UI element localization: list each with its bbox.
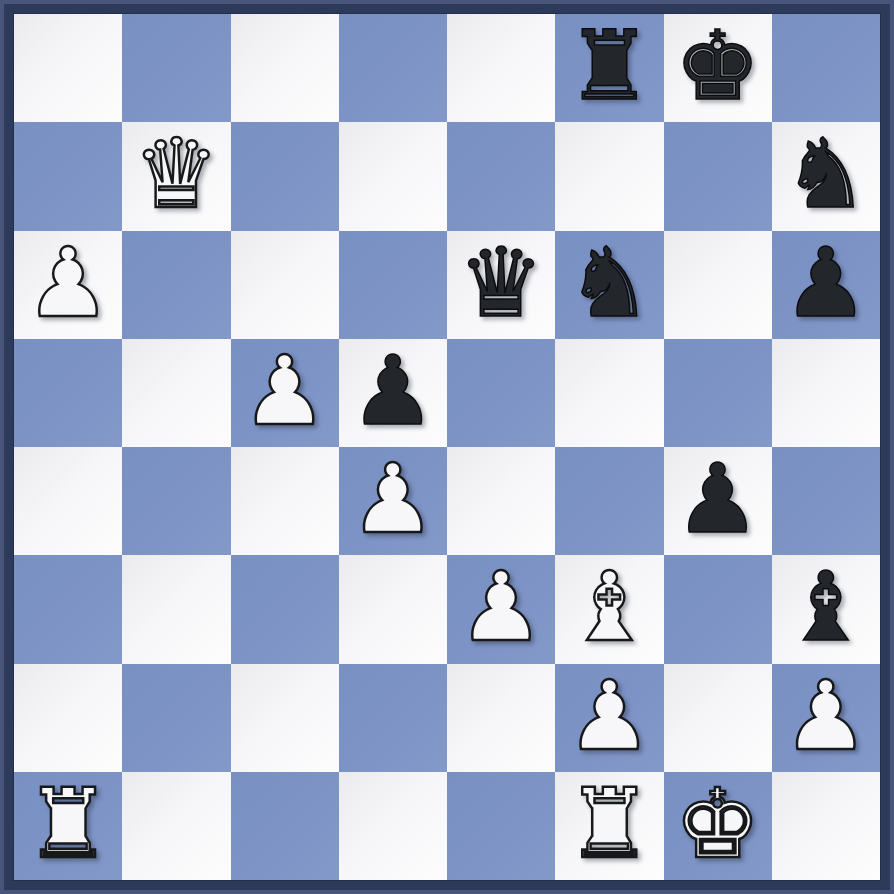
square-b7[interactable]: ♛: [122, 122, 230, 230]
piece-white-queen[interactable]: ♛: [133, 126, 219, 222]
square-d5[interactable]: ♟: [339, 339, 447, 447]
square-a5[interactable]: [14, 339, 122, 447]
square-e5[interactable]: [447, 339, 555, 447]
square-c7[interactable]: [231, 122, 339, 230]
square-c5[interactable]: ♟: [231, 339, 339, 447]
piece-black-pawn[interactable]: ♟: [783, 235, 869, 331]
square-g6[interactable]: [664, 231, 772, 339]
piece-black-pawn[interactable]: ♟: [350, 343, 436, 439]
square-b3[interactable]: [122, 555, 230, 663]
square-h8[interactable]: [772, 14, 880, 122]
square-g1[interactable]: ♚: [664, 772, 772, 880]
square-c4[interactable]: [231, 447, 339, 555]
square-f3[interactable]: ♝: [555, 555, 663, 663]
square-d7[interactable]: [339, 122, 447, 230]
square-b5[interactable]: [122, 339, 230, 447]
square-a8[interactable]: [14, 14, 122, 122]
square-c1[interactable]: [231, 772, 339, 880]
square-c8[interactable]: [231, 14, 339, 122]
square-f8[interactable]: ♜: [555, 14, 663, 122]
square-h7[interactable]: ♞: [772, 122, 880, 230]
chess-board: ♜♚♛♞♟♛♞♟♟♟♟♟♟♝♝♟♟♜♜♚: [14, 14, 880, 880]
piece-white-rook[interactable]: ♜: [566, 776, 652, 872]
piece-black-queen[interactable]: ♛: [458, 235, 544, 331]
square-h5[interactable]: [772, 339, 880, 447]
square-a1[interactable]: ♜: [14, 772, 122, 880]
square-f5[interactable]: [555, 339, 663, 447]
piece-black-bishop[interactable]: ♝: [783, 559, 869, 655]
square-h2[interactable]: ♟: [772, 664, 880, 772]
piece-black-knight[interactable]: ♞: [566, 235, 652, 331]
square-c2[interactable]: [231, 664, 339, 772]
square-c6[interactable]: [231, 231, 339, 339]
square-e8[interactable]: [447, 14, 555, 122]
square-f7[interactable]: [555, 122, 663, 230]
piece-white-pawn[interactable]: ♟: [25, 235, 111, 331]
piece-black-knight[interactable]: ♞: [783, 126, 869, 222]
square-b8[interactable]: [122, 14, 230, 122]
piece-black-pawn[interactable]: ♟: [675, 451, 761, 547]
square-e2[interactable]: [447, 664, 555, 772]
square-d2[interactable]: [339, 664, 447, 772]
square-e1[interactable]: [447, 772, 555, 880]
square-f4[interactable]: [555, 447, 663, 555]
square-a7[interactable]: [14, 122, 122, 230]
square-g7[interactable]: [664, 122, 772, 230]
piece-white-pawn[interactable]: ♟: [566, 668, 652, 764]
square-d8[interactable]: [339, 14, 447, 122]
square-f6[interactable]: ♞: [555, 231, 663, 339]
square-g8[interactable]: ♚: [664, 14, 772, 122]
square-h6[interactable]: ♟: [772, 231, 880, 339]
square-d6[interactable]: [339, 231, 447, 339]
piece-white-rook[interactable]: ♜: [25, 776, 111, 872]
square-e6[interactable]: ♛: [447, 231, 555, 339]
square-b2[interactable]: [122, 664, 230, 772]
square-d1[interactable]: [339, 772, 447, 880]
square-a2[interactable]: [14, 664, 122, 772]
chess-board-frame: ♜♚♛♞♟♛♞♟♟♟♟♟♟♝♝♟♟♜♜♚: [0, 0, 894, 894]
square-b1[interactable]: [122, 772, 230, 880]
square-g3[interactable]: [664, 555, 772, 663]
square-g4[interactable]: ♟: [664, 447, 772, 555]
square-h3[interactable]: ♝: [772, 555, 880, 663]
square-e4[interactable]: [447, 447, 555, 555]
square-c3[interactable]: [231, 555, 339, 663]
square-e3[interactable]: ♟: [447, 555, 555, 663]
square-h4[interactable]: [772, 447, 880, 555]
piece-black-rook[interactable]: ♜: [566, 18, 652, 114]
square-d3[interactable]: [339, 555, 447, 663]
piece-white-king[interactable]: ♚: [675, 776, 761, 872]
square-a3[interactable]: [14, 555, 122, 663]
piece-black-king[interactable]: ♚: [675, 18, 761, 114]
square-d4[interactable]: ♟: [339, 447, 447, 555]
square-f1[interactable]: ♜: [555, 772, 663, 880]
square-b6[interactable]: [122, 231, 230, 339]
square-a6[interactable]: ♟: [14, 231, 122, 339]
piece-white-pawn[interactable]: ♟: [783, 668, 869, 764]
square-e7[interactable]: [447, 122, 555, 230]
piece-white-pawn[interactable]: ♟: [350, 451, 436, 547]
square-b4[interactable]: [122, 447, 230, 555]
piece-white-bishop[interactable]: ♝: [566, 559, 652, 655]
square-f2[interactable]: ♟: [555, 664, 663, 772]
square-a4[interactable]: [14, 447, 122, 555]
square-h1[interactable]: [772, 772, 880, 880]
square-g2[interactable]: [664, 664, 772, 772]
piece-white-pawn[interactable]: ♟: [458, 559, 544, 655]
piece-white-pawn[interactable]: ♟: [242, 343, 328, 439]
square-g5[interactable]: [664, 339, 772, 447]
